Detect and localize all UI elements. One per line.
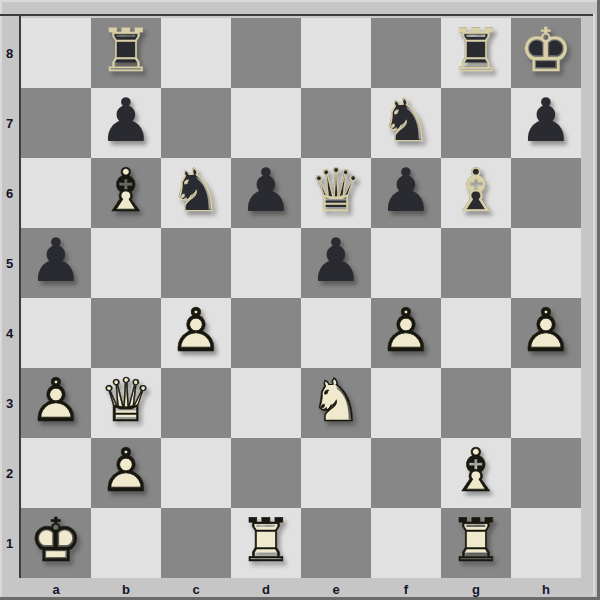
file-label-b: b (91, 580, 161, 598)
square-c5[interactable] (161, 228, 231, 298)
file-label-h: h (511, 580, 581, 598)
black-bishop-outline-icon: ♗ (441, 158, 511, 228)
white-knight-outline-icon: ♘ (301, 368, 371, 438)
square-g8[interactable]: ♜♖ (441, 18, 511, 88)
black-rook-outline-icon: ♖ (441, 18, 511, 88)
black-knight-outline-icon: ♘ (371, 88, 441, 158)
black-rook-icon: ♜ (441, 18, 511, 88)
square-d5[interactable] (231, 228, 301, 298)
white-king-icon: ♚ (21, 508, 91, 578)
piece-black-knight[interactable]: ♞♘ (371, 88, 441, 158)
white-rook-icon: ♜ (231, 508, 301, 578)
square-e4[interactable] (301, 298, 371, 368)
white-king-outline-icon: ♔ (21, 508, 91, 578)
piece-black-rook[interactable]: ♜♖ (441, 18, 511, 88)
black-knight-icon: ♞ (161, 158, 231, 228)
piece-black-pawn[interactable]: ♟ (371, 158, 441, 228)
square-g1[interactable]: ♜♖ (441, 508, 511, 578)
black-knight-outline-icon: ♘ (161, 158, 231, 228)
square-c1[interactable] (161, 508, 231, 578)
piece-white-rook[interactable]: ♜♖ (231, 508, 301, 578)
black-rook-outline-icon: ♖ (91, 18, 161, 88)
square-a5[interactable]: ♟ (21, 228, 91, 298)
white-bishop-outline-icon: ♗ (441, 438, 511, 508)
white-pawn-outline-icon: ♙ (511, 298, 581, 368)
square-f1[interactable] (371, 508, 441, 578)
piece-black-pawn[interactable]: ♟ (301, 228, 371, 298)
square-b5[interactable] (91, 228, 161, 298)
square-d2[interactable] (231, 438, 301, 508)
white-pawn-outline-icon: ♙ (21, 368, 91, 438)
piece-white-pawn[interactable]: ♟♙ (91, 438, 161, 508)
white-rook-outline-icon: ♖ (441, 508, 511, 578)
white-pawn-outline-icon: ♙ (91, 438, 161, 508)
square-b8[interactable]: ♜♖ (91, 18, 161, 88)
black-pawn-icon: ♟ (301, 228, 371, 298)
rank-label-4: 4 (0, 298, 19, 368)
file-label-c: c (161, 580, 231, 598)
square-c7[interactable] (161, 88, 231, 158)
black-pawn-icon: ♟ (231, 158, 301, 228)
piece-black-pawn[interactable]: ♟ (21, 228, 91, 298)
square-h1[interactable] (511, 508, 581, 578)
white-bishop-outline-icon: ♗ (91, 158, 161, 228)
square-c3[interactable] (161, 368, 231, 438)
white-pawn-icon: ♟ (21, 368, 91, 438)
piece-black-pawn[interactable]: ♟ (231, 158, 301, 228)
square-e7[interactable] (301, 88, 371, 158)
square-d8[interactable] (231, 18, 301, 88)
square-c4[interactable]: ♟♙ (161, 298, 231, 368)
square-a8[interactable] (21, 18, 91, 88)
file-label-a: a (21, 580, 91, 598)
window-highlight-top (0, 0, 600, 2)
square-f2[interactable] (371, 438, 441, 508)
window-highlight-right (593, 14, 595, 596)
piece-white-king[interactable]: ♚♔ (21, 508, 91, 578)
square-b6[interactable]: ♝♗ (91, 158, 161, 228)
piece-black-rook[interactable]: ♜♖ (91, 18, 161, 88)
square-e5[interactable]: ♟ (301, 228, 371, 298)
square-f3[interactable] (371, 368, 441, 438)
black-king-outline-icon: ♔ (511, 18, 581, 88)
square-e6[interactable]: ♛♕ (301, 158, 371, 228)
piece-white-pawn[interactable]: ♟♙ (21, 368, 91, 438)
square-h4[interactable]: ♟♙ (511, 298, 581, 368)
square-h5[interactable] (511, 228, 581, 298)
rank-label-1: 1 (0, 508, 19, 578)
file-label-e: e (301, 580, 371, 598)
square-d7[interactable] (231, 88, 301, 158)
black-bishop-icon: ♝ (441, 158, 511, 228)
square-b7[interactable]: ♟ (91, 88, 161, 158)
black-rook-icon: ♜ (91, 18, 161, 88)
white-pawn-icon: ♟ (511, 298, 581, 368)
square-d4[interactable] (231, 298, 301, 368)
file-label-g: g (441, 580, 511, 598)
black-pawn-icon: ♟ (371, 158, 441, 228)
black-pawn-icon: ♟ (21, 228, 91, 298)
piece-white-pawn[interactable]: ♟♙ (511, 298, 581, 368)
white-bishop-icon: ♝ (91, 158, 161, 228)
black-pawn-icon: ♟ (511, 88, 581, 158)
square-h3[interactable] (511, 368, 581, 438)
file-label-d: d (231, 580, 301, 598)
square-d6[interactable]: ♟ (231, 158, 301, 228)
black-queen-outline-icon: ♕ (301, 158, 371, 228)
white-pawn-outline-icon: ♙ (161, 298, 231, 368)
square-g6[interactable]: ♝♗ (441, 158, 511, 228)
square-f4[interactable]: ♟♙ (371, 298, 441, 368)
square-b2[interactable]: ♟♙ (91, 438, 161, 508)
piece-white-pawn[interactable]: ♟♙ (371, 298, 441, 368)
board-border-top (0, 14, 595, 16)
white-queen-icon: ♛ (91, 368, 161, 438)
square-f8[interactable] (371, 18, 441, 88)
square-e1[interactable] (301, 508, 371, 578)
white-queen-outline-icon: ♕ (91, 368, 161, 438)
square-d1[interactable]: ♜♖ (231, 508, 301, 578)
white-rook-icon: ♜ (441, 508, 511, 578)
piece-white-rook[interactable]: ♜♖ (441, 508, 511, 578)
square-b1[interactable] (91, 508, 161, 578)
rank-label-7: 7 (0, 88, 19, 158)
piece-white-pawn[interactable]: ♟♙ (161, 298, 231, 368)
square-c8[interactable] (161, 18, 231, 88)
square-e3[interactable]: ♞♘ (301, 368, 371, 438)
square-h7[interactable]: ♟ (511, 88, 581, 158)
square-g3[interactable] (441, 368, 511, 438)
square-e2[interactable] (301, 438, 371, 508)
square-b3[interactable]: ♛♕ (91, 368, 161, 438)
square-a1[interactable]: ♚♔ (21, 508, 91, 578)
file-label-f: f (371, 580, 441, 598)
white-pawn-outline-icon: ♙ (371, 298, 441, 368)
chess-board: ♜♖♜♖♚♔♟♞♘♟♝♗♞♘♟♛♕♟♝♗♟♟♟♙♟♙♟♙♟♙♛♕♞♘♟♙♝♗♚♔… (21, 18, 581, 578)
square-g2[interactable]: ♝♗ (441, 438, 511, 508)
piece-white-queen[interactable]: ♛♕ (91, 368, 161, 438)
piece-black-knight[interactable]: ♞♘ (161, 158, 231, 228)
square-c6[interactable]: ♞♘ (161, 158, 231, 228)
square-c2[interactable] (161, 438, 231, 508)
square-h2[interactable] (511, 438, 581, 508)
black-pawn-icon: ♟ (91, 88, 161, 158)
square-g7[interactable] (441, 88, 511, 158)
piece-black-pawn[interactable]: ♟ (91, 88, 161, 158)
white-pawn-icon: ♟ (161, 298, 231, 368)
square-g4[interactable] (441, 298, 511, 368)
square-b4[interactable] (91, 298, 161, 368)
rank-label-3: 3 (0, 368, 19, 438)
piece-white-bishop[interactable]: ♝♗ (441, 438, 511, 508)
white-rook-outline-icon: ♖ (231, 508, 301, 578)
piece-black-bishop[interactable]: ♝♗ (441, 158, 511, 228)
white-bishop-icon: ♝ (441, 438, 511, 508)
black-queen-icon: ♛ (301, 158, 371, 228)
square-a6[interactable] (21, 158, 91, 228)
square-f7[interactable]: ♞♘ (371, 88, 441, 158)
square-a3[interactable]: ♟♙ (21, 368, 91, 438)
black-knight-icon: ♞ (371, 88, 441, 158)
square-h8[interactable]: ♚♔ (511, 18, 581, 88)
white-knight-icon: ♞ (301, 368, 371, 438)
piece-black-king[interactable]: ♚♔ (511, 18, 581, 88)
piece-white-knight[interactable]: ♞♘ (301, 368, 371, 438)
rank-label-5: 5 (0, 228, 19, 298)
black-king-icon: ♚ (511, 18, 581, 88)
rank-label-6: 6 (0, 158, 19, 228)
square-a7[interactable] (21, 88, 91, 158)
piece-black-pawn[interactable]: ♟ (511, 88, 581, 158)
square-g5[interactable] (441, 228, 511, 298)
square-e8[interactable] (301, 18, 371, 88)
white-pawn-icon: ♟ (371, 298, 441, 368)
white-pawn-icon: ♟ (91, 438, 161, 508)
rank-label-8: 8 (0, 18, 19, 88)
rank-label-2: 2 (0, 438, 19, 508)
piece-black-queen[interactable]: ♛♕ (301, 158, 371, 228)
square-a4[interactable] (21, 298, 91, 368)
piece-white-bishop[interactable]: ♝♗ (91, 158, 161, 228)
square-h6[interactable] (511, 158, 581, 228)
square-a2[interactable] (21, 438, 91, 508)
square-f6[interactable]: ♟ (371, 158, 441, 228)
square-d3[interactable] (231, 368, 301, 438)
square-f5[interactable] (371, 228, 441, 298)
chess-board-window: { "game": "chess", "position": { "fen": … (0, 0, 600, 600)
